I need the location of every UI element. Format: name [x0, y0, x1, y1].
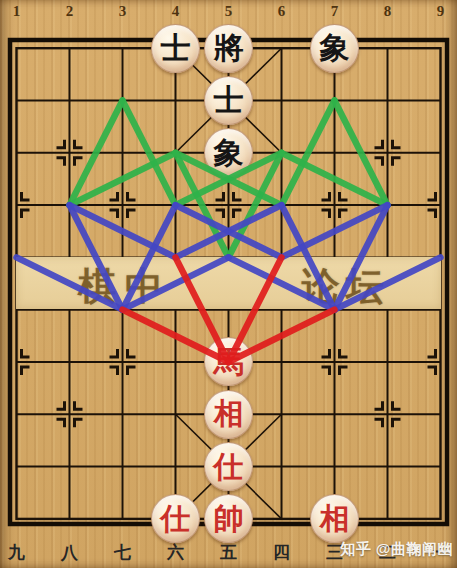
point-f4r6: [149, 336, 202, 388]
board-points-grid: 士將象士象馬相仕仕帥相: [0, 22, 457, 545]
point-f7r5: [308, 283, 361, 335]
point-f6r1: [255, 74, 308, 126]
piece-black-f4r0[interactable]: 士: [151, 24, 200, 73]
point-f8r0: [361, 22, 414, 74]
point-f7r3: [308, 179, 361, 231]
file-label-top-7: 7: [308, 3, 361, 20]
point-f4r1: [149, 74, 202, 126]
point-f8r1: [361, 74, 414, 126]
file-label-top-5: 5: [202, 3, 255, 20]
point-f3r9: [96, 493, 149, 545]
file-label-top-3: 3: [96, 3, 149, 20]
point-f1r1: [0, 74, 43, 126]
file-label-top-6: 6: [255, 3, 308, 20]
point-f5r5: [202, 283, 255, 335]
point-f8r3: [361, 179, 414, 231]
point-f1r5: [0, 283, 43, 335]
point-f7r2: [308, 127, 361, 179]
point-f9r4: [414, 231, 457, 283]
point-f6r3: [255, 179, 308, 231]
point-f9r3: [414, 179, 457, 231]
point-f2r7: [43, 388, 96, 440]
point-f6r0: [255, 22, 308, 74]
piece-black-f5r0[interactable]: 將: [204, 24, 253, 73]
file-label-top-2: 2: [43, 3, 96, 20]
point-f7r8: [308, 440, 361, 492]
point-f5r3: [202, 179, 255, 231]
file-label-top-8: 8: [361, 3, 414, 20]
point-f2r5: [43, 283, 96, 335]
point-f9r6: [414, 336, 457, 388]
piece-red-f5r9[interactable]: 帥: [204, 494, 253, 543]
point-f8r8: [361, 440, 414, 492]
point-f1r3: [0, 179, 43, 231]
point-f1r7: [0, 388, 43, 440]
point-f7r7: [308, 388, 361, 440]
point-f4r7: [149, 388, 202, 440]
point-f2r6: [43, 336, 96, 388]
piece-red-f4r9[interactable]: 仕: [151, 494, 200, 543]
point-f1r9: [0, 493, 43, 545]
point-f9r0: [414, 22, 457, 74]
point-f6r4: [255, 231, 308, 283]
point-f8r5: [361, 283, 414, 335]
point-f7r1: [308, 74, 361, 126]
point-f5r4: [202, 231, 255, 283]
point-f6r5: [255, 283, 308, 335]
point-f2r9: [43, 493, 96, 545]
point-f8r9: [361, 493, 414, 545]
point-f2r3: [43, 179, 96, 231]
point-f9r7: [414, 388, 457, 440]
xiangqi-diagram: 123456789 棋中 论坛 士將象士象馬相仕仕帥相 九八七六五四三二一 知乎…: [0, 0, 457, 568]
point-f6r7: [255, 388, 308, 440]
point-f2r1: [43, 74, 96, 126]
point-f9r2: [414, 127, 457, 179]
point-f2r2: [43, 127, 96, 179]
point-f7r4: [308, 231, 361, 283]
point-f3r6: [96, 336, 149, 388]
point-f9r8: [414, 440, 457, 492]
point-f3r1: [96, 74, 149, 126]
piece-red-f7r9[interactable]: 相: [310, 494, 359, 543]
file-labels-top: 123456789: [0, 3, 457, 20]
point-f8r7: [361, 388, 414, 440]
point-f6r2: [255, 127, 308, 179]
point-f4r4: [149, 231, 202, 283]
file-label-top-1: 1: [0, 3, 43, 20]
point-f4r8: [149, 440, 202, 492]
point-f3r4: [96, 231, 149, 283]
point-f4r3: [149, 179, 202, 231]
piece-black-f5r1[interactable]: 士: [204, 76, 253, 125]
point-f2r8: [43, 440, 96, 492]
point-f9r5: [414, 283, 457, 335]
point-f8r6: [361, 336, 414, 388]
point-f1r0: [0, 22, 43, 74]
point-f3r5: [96, 283, 149, 335]
point-f4r5: [149, 283, 202, 335]
point-f1r2: [0, 127, 43, 179]
file-label-top-4: 4: [149, 3, 202, 20]
point-f8r2: [361, 127, 414, 179]
point-f3r3: [96, 179, 149, 231]
point-f9r9: [414, 493, 457, 545]
piece-black-f5r2[interactable]: 象: [204, 128, 253, 177]
point-f6r8: [255, 440, 308, 492]
point-f6r9: [255, 493, 308, 545]
piece-red-f5r7[interactable]: 相: [204, 390, 253, 439]
point-f7r6: [308, 336, 361, 388]
point-f3r0: [96, 22, 149, 74]
point-f2r4: [43, 231, 96, 283]
point-f1r8: [0, 440, 43, 492]
point-f1r4: [0, 231, 43, 283]
piece-black-f7r0[interactable]: 象: [310, 24, 359, 73]
point-f1r6: [0, 336, 43, 388]
piece-red-f5r8[interactable]: 仕: [204, 442, 253, 491]
point-f6r6: [255, 336, 308, 388]
file-label-top-9: 9: [414, 3, 457, 20]
point-f4r2: [149, 127, 202, 179]
point-f8r4: [361, 231, 414, 283]
point-f3r8: [96, 440, 149, 492]
point-f2r0: [43, 22, 96, 74]
point-f3r2: [96, 127, 149, 179]
point-f3r7: [96, 388, 149, 440]
point-f9r1: [414, 74, 457, 126]
zhihu-watermark: 知乎 @曲鞠阐幽: [337, 539, 456, 560]
